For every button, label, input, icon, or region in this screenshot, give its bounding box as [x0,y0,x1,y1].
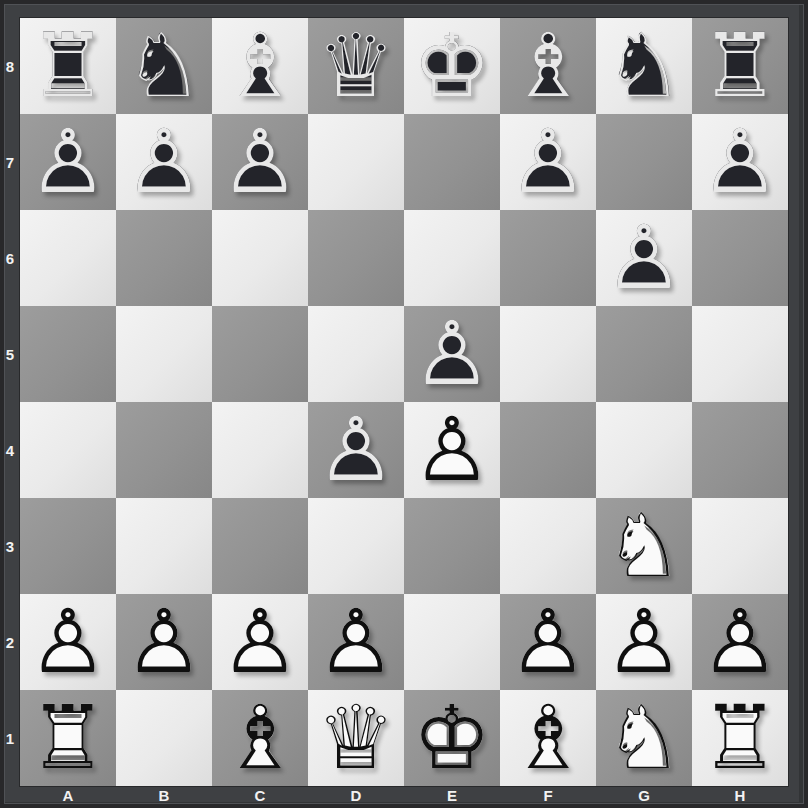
square-f6[interactable] [500,210,596,306]
piece-white-pawn[interactable]: ♟♙ [500,594,596,690]
square-e5[interactable]: ♟♙ [404,306,500,402]
square-c6[interactable] [212,210,308,306]
file-label: H [692,786,788,804]
rank-labels: 87654321 [0,18,20,786]
piece-black-bishop[interactable]: ♝♗ [500,18,596,114]
piece-black-pawn[interactable]: ♟♙ [308,402,404,498]
square-g1[interactable]: ♞♘ [596,690,692,786]
piece-black-pawn[interactable]: ♟♙ [404,306,500,402]
black-pawn-outline-icon: ♙ [212,114,308,210]
piece-black-pawn[interactable]: ♟♙ [212,114,308,210]
square-g7[interactable] [596,114,692,210]
piece-black-knight[interactable]: ♞♘ [116,18,212,114]
white-pawn-outline-icon: ♙ [212,594,308,690]
rank-label: 6 [0,210,20,306]
piece-white-queen[interactable]: ♛♕ [308,690,404,786]
white-pawn-outline-icon: ♙ [500,594,596,690]
square-d7[interactable] [308,114,404,210]
square-f8[interactable]: ♝♗ [500,18,596,114]
square-d1[interactable]: ♛♕ [308,690,404,786]
file-label: C [212,786,308,804]
square-a1[interactable]: ♜♖ [20,690,116,786]
square-h8[interactable]: ♜♖ [692,18,788,114]
white-rook-outline-icon: ♖ [20,690,116,786]
piece-black-rook[interactable]: ♜♖ [692,18,788,114]
piece-white-bishop[interactable]: ♝♗ [212,690,308,786]
square-f3[interactable] [500,498,596,594]
piece-white-rook[interactable]: ♜♖ [20,690,116,786]
square-e7[interactable] [404,114,500,210]
rank-label: 7 [0,114,20,210]
square-h7[interactable]: ♟♙ [692,114,788,210]
square-b5[interactable] [116,306,212,402]
black-bishop-outline-icon: ♗ [212,18,308,114]
square-h3[interactable] [692,498,788,594]
square-d3[interactable] [308,498,404,594]
square-g5[interactable] [596,306,692,402]
square-c2[interactable]: ♟♙ [212,594,308,690]
square-a2[interactable]: ♟♙ [20,594,116,690]
piece-black-pawn[interactable]: ♟♙ [692,114,788,210]
black-pawn-outline-icon: ♙ [500,114,596,210]
square-e3[interactable] [404,498,500,594]
square-d6[interactable] [308,210,404,306]
square-c8[interactable]: ♝♗ [212,18,308,114]
black-king-outline-icon: ♔ [404,18,500,114]
square-b1[interactable] [116,690,212,786]
square-f2[interactable]: ♟♙ [500,594,596,690]
black-pawn-outline-icon: ♙ [692,114,788,210]
file-label: A [20,786,116,804]
rank-label: 8 [0,18,20,114]
square-a4[interactable] [20,402,116,498]
file-label: F [500,786,596,804]
file-label: D [308,786,404,804]
square-e6[interactable] [404,210,500,306]
square-c1[interactable]: ♝♗ [212,690,308,786]
square-c5[interactable] [212,306,308,402]
square-b2[interactable]: ♟♙ [116,594,212,690]
square-g6[interactable]: ♟♙ [596,210,692,306]
square-a5[interactable] [20,306,116,402]
file-label: B [116,786,212,804]
white-queen-outline-icon: ♕ [308,690,404,786]
piece-black-rook[interactable]: ♜♖ [20,18,116,114]
piece-white-knight[interactable]: ♞♘ [596,498,692,594]
black-pawn-outline-icon: ♙ [20,114,116,210]
square-b3[interactable] [116,498,212,594]
square-a8[interactable]: ♜♖ [20,18,116,114]
white-rook-outline-icon: ♖ [692,690,788,786]
piece-white-rook[interactable]: ♜♖ [692,690,788,786]
square-e8[interactable]: ♚♔ [404,18,500,114]
square-g3[interactable]: ♞♘ [596,498,692,594]
black-rook-outline-icon: ♖ [692,18,788,114]
black-pawn-outline-icon: ♙ [308,402,404,498]
black-knight-outline-icon: ♘ [596,18,692,114]
piece-black-pawn[interactable]: ♟♙ [500,114,596,210]
black-rook-outline-icon: ♖ [20,18,116,114]
piece-white-bishop[interactable]: ♝♗ [500,690,596,786]
file-label: E [404,786,500,804]
piece-black-king[interactable]: ♚♔ [404,18,500,114]
piece-black-pawn[interactable]: ♟♙ [20,114,116,210]
square-h5[interactable] [692,306,788,402]
piece-white-pawn[interactable]: ♟♙ [596,594,692,690]
black-knight-outline-icon: ♘ [116,18,212,114]
piece-white-pawn[interactable]: ♟♙ [404,402,500,498]
chess-board[interactable]: ♜♖♞♘♝♗♛♕♚♔♝♗♞♘♜♖♟♙♟♙♟♙♟♙♟♙♟♙♟♙♟♙♟♙♞♘♟♙♟♙… [20,18,788,786]
piece-white-pawn[interactable]: ♟♙ [692,594,788,690]
square-d8[interactable]: ♛♕ [308,18,404,114]
square-a3[interactable] [20,498,116,594]
black-pawn-outline-icon: ♙ [404,306,500,402]
square-f5[interactable] [500,306,596,402]
square-d5[interactable] [308,306,404,402]
square-b8[interactable]: ♞♘ [116,18,212,114]
square-h2[interactable]: ♟♙ [692,594,788,690]
file-label: G [596,786,692,804]
square-e4[interactable]: ♟♙ [404,402,500,498]
piece-white-knight[interactable]: ♞♘ [596,690,692,786]
square-b4[interactable] [116,402,212,498]
white-knight-outline-icon: ♘ [596,690,692,786]
piece-white-king[interactable]: ♚♔ [404,690,500,786]
white-pawn-outline-icon: ♙ [692,594,788,690]
square-a6[interactable] [20,210,116,306]
piece-white-pawn[interactable]: ♟♙ [116,594,212,690]
file-labels: ABCDEFGH [20,786,788,804]
rank-label: 2 [0,594,20,690]
white-king-outline-icon: ♔ [404,690,500,786]
square-e2[interactable] [404,594,500,690]
rank-label: 1 [0,690,20,786]
square-g2[interactable]: ♟♙ [596,594,692,690]
rank-label: 4 [0,402,20,498]
black-bishop-outline-icon: ♗ [500,18,596,114]
piece-black-bishop[interactable]: ♝♗ [212,18,308,114]
square-c3[interactable] [212,498,308,594]
square-b7[interactable]: ♟♙ [116,114,212,210]
square-h4[interactable] [692,402,788,498]
square-d2[interactable]: ♟♙ [308,594,404,690]
rank-label: 5 [0,306,20,402]
square-f4[interactable] [500,402,596,498]
white-pawn-outline-icon: ♙ [404,402,500,498]
square-e1[interactable]: ♚♔ [404,690,500,786]
black-pawn-outline-icon: ♙ [116,114,212,210]
black-pawn-outline-icon: ♙ [596,210,692,306]
piece-white-pawn[interactable]: ♟♙ [308,594,404,690]
square-h1[interactable]: ♜♖ [692,690,788,786]
square-g8[interactable]: ♞♘ [596,18,692,114]
square-c4[interactable] [212,402,308,498]
white-bishop-outline-icon: ♗ [212,690,308,786]
square-a7[interactable]: ♟♙ [20,114,116,210]
piece-black-pawn[interactable]: ♟♙ [116,114,212,210]
white-pawn-outline-icon: ♙ [20,594,116,690]
square-f1[interactable]: ♝♗ [500,690,596,786]
square-d4[interactable]: ♟♙ [308,402,404,498]
piece-white-pawn[interactable]: ♟♙ [212,594,308,690]
white-bishop-outline-icon: ♗ [500,690,596,786]
board-frame: 87654321 ♜♖♞♘♝♗♛♕♚♔♝♗♞♘♜♖♟♙♟♙♟♙♟♙♟♙♟♙♟♙♟… [0,0,808,808]
piece-white-pawn[interactable]: ♟♙ [20,594,116,690]
white-knight-outline-icon: ♘ [596,498,692,594]
piece-black-pawn[interactable]: ♟♙ [596,210,692,306]
white-pawn-outline-icon: ♙ [596,594,692,690]
black-queen-outline-icon: ♕ [308,18,404,114]
square-b6[interactable] [116,210,212,306]
piece-black-knight[interactable]: ♞♘ [596,18,692,114]
square-g4[interactable] [596,402,692,498]
white-pawn-outline-icon: ♙ [308,594,404,690]
square-h6[interactable] [692,210,788,306]
square-c7[interactable]: ♟♙ [212,114,308,210]
square-f7[interactable]: ♟♙ [500,114,596,210]
piece-black-queen[interactable]: ♛♕ [308,18,404,114]
white-pawn-outline-icon: ♙ [116,594,212,690]
rank-label: 3 [0,498,20,594]
